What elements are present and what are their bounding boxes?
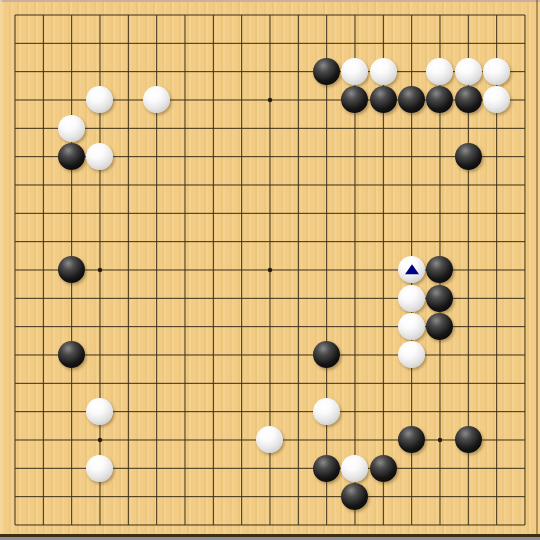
board-point[interactable] <box>454 199 482 227</box>
board-point[interactable] <box>1 1 29 29</box>
board-point[interactable] <box>482 86 510 114</box>
board-point[interactable] <box>426 454 454 482</box>
board-point[interactable] <box>1 171 29 199</box>
board-point[interactable] <box>369 482 397 510</box>
board-point[interactable] <box>312 1 340 29</box>
board-point[interactable] <box>341 1 369 29</box>
board-point[interactable] <box>29 57 57 85</box>
board-point[interactable] <box>171 397 199 425</box>
board-point[interactable] <box>171 482 199 510</box>
board-point[interactable] <box>426 341 454 369</box>
board-point[interactable] <box>454 227 482 255</box>
board-point[interactable] <box>341 369 369 397</box>
board-point[interactable] <box>369 341 397 369</box>
board-point[interactable] <box>256 256 284 284</box>
board-point[interactable] <box>86 29 114 57</box>
board-point[interactable] <box>171 199 199 227</box>
board-point[interactable] <box>454 369 482 397</box>
board-point[interactable] <box>426 171 454 199</box>
board-point[interactable] <box>256 397 284 425</box>
board-point[interactable] <box>369 114 397 142</box>
board-point[interactable] <box>114 426 142 454</box>
board-point[interactable] <box>57 312 85 340</box>
board-point[interactable] <box>312 454 340 482</box>
board-point[interactable] <box>426 426 454 454</box>
board-point[interactable] <box>482 426 510 454</box>
board-point[interactable] <box>29 426 57 454</box>
board-point[interactable] <box>511 341 539 369</box>
board-point[interactable] <box>341 29 369 57</box>
board-point[interactable] <box>341 312 369 340</box>
board-point[interactable] <box>29 284 57 312</box>
board-point[interactable] <box>426 114 454 142</box>
board-point[interactable] <box>29 341 57 369</box>
board-point[interactable] <box>171 142 199 170</box>
board-point[interactable] <box>86 369 114 397</box>
board-point[interactable] <box>341 142 369 170</box>
board-point[interactable] <box>29 369 57 397</box>
board-point[interactable] <box>284 86 312 114</box>
board-point[interactable] <box>227 29 255 57</box>
board-point[interactable] <box>511 114 539 142</box>
board-point[interactable] <box>256 1 284 29</box>
board-point[interactable] <box>369 171 397 199</box>
board-point[interactable] <box>397 86 425 114</box>
board-point[interactable] <box>369 29 397 57</box>
board-point[interactable] <box>227 1 255 29</box>
board-point[interactable] <box>426 86 454 114</box>
board-point[interactable] <box>199 86 227 114</box>
board-point[interactable] <box>482 227 510 255</box>
board-point[interactable] <box>397 29 425 57</box>
board-point[interactable] <box>256 199 284 227</box>
board-point[interactable] <box>482 57 510 85</box>
board-point[interactable] <box>142 312 170 340</box>
board-point[interactable] <box>227 86 255 114</box>
board-point[interactable] <box>142 57 170 85</box>
board-point[interactable] <box>256 86 284 114</box>
board-point[interactable] <box>86 199 114 227</box>
board-point[interactable] <box>86 312 114 340</box>
board-point[interactable] <box>1 142 29 170</box>
board-point[interactable] <box>199 57 227 85</box>
board-point[interactable] <box>426 199 454 227</box>
board-point[interactable] <box>341 256 369 284</box>
board-point[interactable] <box>29 86 57 114</box>
board-point[interactable] <box>142 454 170 482</box>
board-point[interactable] <box>142 369 170 397</box>
board-point[interactable] <box>199 142 227 170</box>
board-point[interactable] <box>397 171 425 199</box>
board-point[interactable] <box>482 397 510 425</box>
board-point[interactable] <box>454 341 482 369</box>
board-point[interactable] <box>426 397 454 425</box>
board-point[interactable] <box>57 199 85 227</box>
board-point[interactable] <box>312 369 340 397</box>
board-point[interactable] <box>284 369 312 397</box>
board-point[interactable] <box>454 86 482 114</box>
board-point[interactable] <box>142 199 170 227</box>
board-point[interactable] <box>256 426 284 454</box>
board-point[interactable] <box>57 227 85 255</box>
board-point[interactable] <box>454 312 482 340</box>
board-point[interactable] <box>369 256 397 284</box>
board-point[interactable] <box>199 227 227 255</box>
board-point[interactable] <box>341 397 369 425</box>
board-point[interactable] <box>29 256 57 284</box>
board-point[interactable] <box>142 397 170 425</box>
board-point[interactable] <box>86 171 114 199</box>
board-point[interactable] <box>57 397 85 425</box>
board-point[interactable] <box>227 199 255 227</box>
board-point[interactable] <box>199 312 227 340</box>
board-point[interactable] <box>454 1 482 29</box>
board-point[interactable] <box>29 171 57 199</box>
board-point[interactable] <box>29 1 57 29</box>
board-point[interactable] <box>397 1 425 29</box>
board-point[interactable] <box>454 256 482 284</box>
board-point[interactable] <box>284 312 312 340</box>
board-point[interactable] <box>171 114 199 142</box>
board-point[interactable] <box>57 482 85 510</box>
board-point[interactable] <box>171 454 199 482</box>
board-point[interactable] <box>114 256 142 284</box>
board-point[interactable] <box>312 227 340 255</box>
board-point[interactable] <box>482 142 510 170</box>
board-point[interactable] <box>256 142 284 170</box>
board-point[interactable] <box>29 29 57 57</box>
board-point[interactable] <box>511 57 539 85</box>
board-point[interactable] <box>114 199 142 227</box>
board-point[interactable] <box>1 29 29 57</box>
board-point[interactable] <box>1 86 29 114</box>
board-point[interactable] <box>256 369 284 397</box>
board-point[interactable] <box>199 171 227 199</box>
board-point[interactable] <box>1 284 29 312</box>
board-point[interactable] <box>29 397 57 425</box>
board-point[interactable] <box>142 86 170 114</box>
board-point[interactable] <box>511 312 539 340</box>
board-point[interactable] <box>426 312 454 340</box>
board-point[interactable] <box>29 114 57 142</box>
board-point[interactable] <box>341 426 369 454</box>
board-point[interactable] <box>114 397 142 425</box>
board-point[interactable] <box>1 454 29 482</box>
board-point[interactable] <box>482 482 510 510</box>
board-point[interactable] <box>511 369 539 397</box>
board-point[interactable] <box>454 284 482 312</box>
board-point[interactable] <box>312 57 340 85</box>
board-point[interactable] <box>256 482 284 510</box>
board-point[interactable] <box>1 397 29 425</box>
board-point[interactable] <box>86 341 114 369</box>
board-point[interactable] <box>199 482 227 510</box>
board-point[interactable] <box>57 1 85 29</box>
board-point[interactable] <box>57 454 85 482</box>
board-point[interactable] <box>397 284 425 312</box>
board-point[interactable] <box>171 312 199 340</box>
board-point[interactable] <box>511 171 539 199</box>
board-point[interactable] <box>142 284 170 312</box>
board-point[interactable] <box>227 397 255 425</box>
board-point[interactable] <box>397 114 425 142</box>
board-point[interactable] <box>454 57 482 85</box>
board-point[interactable] <box>171 29 199 57</box>
board-point[interactable] <box>114 482 142 510</box>
board-point[interactable] <box>86 256 114 284</box>
board-point[interactable] <box>29 454 57 482</box>
board-point[interactable] <box>341 454 369 482</box>
board-point[interactable] <box>142 482 170 510</box>
board-point[interactable] <box>511 256 539 284</box>
board-point[interactable] <box>426 284 454 312</box>
board-point[interactable] <box>482 341 510 369</box>
board-point[interactable] <box>511 29 539 57</box>
board-point[interactable] <box>86 397 114 425</box>
board-point[interactable] <box>1 256 29 284</box>
board-point[interactable] <box>284 454 312 482</box>
board-point[interactable] <box>284 171 312 199</box>
board-point[interactable] <box>29 142 57 170</box>
board-point[interactable] <box>227 256 255 284</box>
board-point[interactable] <box>171 1 199 29</box>
board-point[interactable] <box>57 369 85 397</box>
board-point[interactable] <box>369 284 397 312</box>
board-point[interactable] <box>369 57 397 85</box>
board-point[interactable] <box>256 227 284 255</box>
board-point[interactable] <box>426 227 454 255</box>
board-point[interactable] <box>171 284 199 312</box>
board-point[interactable] <box>312 256 340 284</box>
board-point[interactable] <box>397 199 425 227</box>
board-point[interactable] <box>86 482 114 510</box>
board-point[interactable] <box>369 199 397 227</box>
board-point[interactable] <box>511 426 539 454</box>
board-point[interactable] <box>369 312 397 340</box>
board-point[interactable] <box>227 57 255 85</box>
board-point[interactable] <box>284 256 312 284</box>
board-point[interactable] <box>227 369 255 397</box>
board-point[interactable] <box>57 171 85 199</box>
board-point[interactable] <box>256 454 284 482</box>
board-point[interactable] <box>57 256 85 284</box>
board-point[interactable] <box>426 256 454 284</box>
board-point[interactable] <box>1 57 29 85</box>
board-point[interactable] <box>482 114 510 142</box>
board-point[interactable] <box>312 86 340 114</box>
board-point[interactable] <box>482 454 510 482</box>
board-point[interactable] <box>114 114 142 142</box>
board-point[interactable] <box>312 29 340 57</box>
board-point[interactable] <box>284 426 312 454</box>
board-point[interactable] <box>171 256 199 284</box>
board-point[interactable] <box>312 312 340 340</box>
board-point[interactable] <box>1 114 29 142</box>
board-point[interactable] <box>1 312 29 340</box>
board-point[interactable] <box>341 86 369 114</box>
board-point[interactable] <box>369 1 397 29</box>
board-point[interactable] <box>284 341 312 369</box>
board-point[interactable] <box>57 86 85 114</box>
board-point[interactable] <box>511 1 539 29</box>
board-point[interactable] <box>86 227 114 255</box>
board-point[interactable] <box>1 199 29 227</box>
board-point[interactable] <box>142 171 170 199</box>
board-point[interactable] <box>199 1 227 29</box>
board-point[interactable] <box>57 29 85 57</box>
board-point[interactable] <box>454 142 482 170</box>
board-point[interactable] <box>341 341 369 369</box>
board-point[interactable] <box>511 454 539 482</box>
board-point[interactable] <box>29 227 57 255</box>
board-point[interactable] <box>57 142 85 170</box>
board-point[interactable] <box>426 57 454 85</box>
board-point[interactable] <box>227 482 255 510</box>
board-point[interactable] <box>227 142 255 170</box>
board-point[interactable] <box>454 114 482 142</box>
board-point[interactable] <box>114 1 142 29</box>
board-point[interactable] <box>86 142 114 170</box>
board-point[interactable] <box>1 341 29 369</box>
board-point[interactable] <box>312 171 340 199</box>
board-point[interactable] <box>426 142 454 170</box>
board-point[interactable] <box>86 454 114 482</box>
board-point[interactable] <box>397 341 425 369</box>
board-point[interactable] <box>454 29 482 57</box>
board-point[interactable] <box>142 1 170 29</box>
board-point[interactable] <box>256 171 284 199</box>
board-point[interactable] <box>454 171 482 199</box>
board-point[interactable] <box>1 369 29 397</box>
board-point[interactable] <box>29 482 57 510</box>
board-point[interactable] <box>511 199 539 227</box>
board-point[interactable] <box>312 482 340 510</box>
board-point[interactable] <box>369 397 397 425</box>
board-point[interactable] <box>1 482 29 510</box>
board-point[interactable] <box>114 29 142 57</box>
board-point[interactable] <box>397 227 425 255</box>
board-point[interactable] <box>511 227 539 255</box>
board-point[interactable] <box>369 86 397 114</box>
board-point[interactable] <box>341 482 369 510</box>
board-point[interactable] <box>454 482 482 510</box>
board-point[interactable] <box>199 199 227 227</box>
board-point[interactable] <box>312 114 340 142</box>
board-point[interactable] <box>397 57 425 85</box>
board-point[interactable] <box>454 397 482 425</box>
board-point[interactable] <box>397 142 425 170</box>
board-point[interactable] <box>369 142 397 170</box>
board-point[interactable] <box>57 57 85 85</box>
board-point[interactable] <box>171 369 199 397</box>
board-point[interactable] <box>284 227 312 255</box>
board-point[interactable] <box>397 256 425 284</box>
board-point[interactable] <box>86 1 114 29</box>
board-point[interactable] <box>369 454 397 482</box>
board-point[interactable] <box>57 284 85 312</box>
board-point[interactable] <box>284 29 312 57</box>
board-point[interactable] <box>256 341 284 369</box>
board-point[interactable] <box>482 312 510 340</box>
board-point[interactable] <box>142 114 170 142</box>
board-point[interactable] <box>199 284 227 312</box>
board-point[interactable] <box>199 426 227 454</box>
board-point[interactable] <box>227 312 255 340</box>
board-point[interactable] <box>284 57 312 85</box>
board-point[interactable] <box>482 199 510 227</box>
board-point[interactable] <box>142 29 170 57</box>
board-point[interactable] <box>227 171 255 199</box>
board-point[interactable] <box>256 29 284 57</box>
board-point[interactable] <box>511 482 539 510</box>
board-point[interactable] <box>284 199 312 227</box>
board-point[interactable] <box>142 341 170 369</box>
board-point[interactable] <box>227 341 255 369</box>
board-point[interactable] <box>312 284 340 312</box>
board-point[interactable] <box>1 426 29 454</box>
board-point[interactable] <box>227 227 255 255</box>
board-point[interactable] <box>86 114 114 142</box>
board-point[interactable] <box>142 142 170 170</box>
board-point[interactable] <box>397 482 425 510</box>
board-point[interactable] <box>57 341 85 369</box>
board-point[interactable] <box>341 284 369 312</box>
board-point[interactable] <box>369 227 397 255</box>
board-point[interactable] <box>256 114 284 142</box>
board-point[interactable] <box>312 397 340 425</box>
board-point[interactable] <box>114 171 142 199</box>
board-point[interactable] <box>341 57 369 85</box>
board-point[interactable] <box>369 369 397 397</box>
board-point[interactable] <box>199 397 227 425</box>
board-point[interactable] <box>57 426 85 454</box>
board-point[interactable] <box>227 454 255 482</box>
board-point[interactable] <box>341 227 369 255</box>
board-point[interactable] <box>284 284 312 312</box>
board-point[interactable] <box>284 397 312 425</box>
board-point[interactable] <box>171 86 199 114</box>
board-point[interactable] <box>142 227 170 255</box>
board-point[interactable] <box>397 369 425 397</box>
board-point[interactable] <box>256 284 284 312</box>
board-point[interactable] <box>114 284 142 312</box>
board-point[interactable] <box>284 114 312 142</box>
board-point[interactable] <box>171 57 199 85</box>
board-point[interactable] <box>199 341 227 369</box>
board-point[interactable] <box>397 426 425 454</box>
board-point[interactable] <box>426 29 454 57</box>
board-point[interactable] <box>511 142 539 170</box>
board-point[interactable] <box>511 86 539 114</box>
board-point[interactable] <box>284 482 312 510</box>
board-point[interactable] <box>284 142 312 170</box>
board-point[interactable] <box>454 454 482 482</box>
board-point[interactable] <box>114 369 142 397</box>
board-point[interactable] <box>86 426 114 454</box>
board-point[interactable] <box>256 312 284 340</box>
board-point[interactable] <box>114 227 142 255</box>
board-point[interactable] <box>114 86 142 114</box>
board-point[interactable] <box>171 426 199 454</box>
board-point[interactable] <box>57 114 85 142</box>
board-point[interactable] <box>482 171 510 199</box>
board-point[interactable] <box>341 114 369 142</box>
board-point[interactable] <box>29 199 57 227</box>
board-point[interactable] <box>369 426 397 454</box>
board-point[interactable] <box>312 142 340 170</box>
board-point[interactable] <box>86 57 114 85</box>
board-point[interactable] <box>454 426 482 454</box>
